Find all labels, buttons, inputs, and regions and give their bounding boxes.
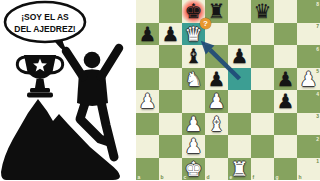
coord-file-f: f xyxy=(253,174,255,180)
square-b1[interactable]: b xyxy=(159,158,182,181)
speech-line-2: DEL AJEDREZ! xyxy=(14,24,76,34)
piece-black-pawn[interactable]: ♟ xyxy=(274,68,297,91)
square-a7[interactable]: ♟ xyxy=(136,23,159,46)
square-c6[interactable]: ♝ xyxy=(182,45,205,68)
square-c4[interactable] xyxy=(182,90,205,113)
square-c2[interactable]: ♟ xyxy=(182,135,205,158)
square-d6[interactable] xyxy=(205,45,228,68)
square-c1[interactable]: c♚ xyxy=(182,158,205,181)
square-h4[interactable]: 4 xyxy=(297,90,320,113)
coord-rank-1: 1 xyxy=(316,158,319,164)
square-f2[interactable] xyxy=(251,135,274,158)
square-e5[interactable] xyxy=(228,68,251,91)
square-b7[interactable]: ♟ xyxy=(159,23,182,46)
piece-black-queen[interactable]: ♛ xyxy=(251,0,274,23)
piece-black-bishop[interactable]: ♝ xyxy=(182,45,205,68)
square-a3[interactable] xyxy=(136,113,159,136)
square-e1[interactable]: e♜ xyxy=(228,158,251,181)
square-g5[interactable]: ♟ xyxy=(274,68,297,91)
piece-white-pawn[interactable]: ♟ xyxy=(205,90,228,113)
square-f5[interactable] xyxy=(251,68,274,91)
coord-rank-3: 3 xyxy=(316,113,319,119)
piece-white-pawn[interactable]: ♟ xyxy=(297,68,320,91)
coord-file-g: g xyxy=(276,174,279,180)
square-g6[interactable] xyxy=(274,45,297,68)
piece-white-bishop[interactable]: ♝ xyxy=(205,113,228,136)
square-a1[interactable]: a xyxy=(136,158,159,181)
climber-arm-right xyxy=(101,48,119,77)
square-h1[interactable]: 1h xyxy=(297,158,320,181)
square-a2[interactable] xyxy=(136,135,159,158)
piece-white-rook[interactable]: ♜ xyxy=(228,158,251,181)
square-b2[interactable] xyxy=(159,135,182,158)
square-g1[interactable]: g xyxy=(274,158,297,181)
coord-rank-2: 2 xyxy=(316,136,319,142)
square-g2[interactable] xyxy=(274,135,297,158)
piece-white-pawn[interactable]: ♟ xyxy=(136,90,159,113)
piece-black-pawn[interactable]: ♟ xyxy=(274,90,297,113)
mistake-annotation-badge: ? xyxy=(200,18,211,29)
square-h3[interactable]: 3 xyxy=(297,113,320,136)
square-d3[interactable]: ♝ xyxy=(205,113,228,136)
square-h2[interactable]: 2 xyxy=(297,135,320,158)
square-a6[interactable] xyxy=(136,45,159,68)
square-h8[interactable]: 8 xyxy=(297,0,320,23)
square-d2[interactable] xyxy=(205,135,228,158)
coord-file-h: h xyxy=(299,174,302,180)
square-e3[interactable] xyxy=(228,113,251,136)
square-e6[interactable]: ♟ xyxy=(228,45,251,68)
coord-rank-8: 8 xyxy=(316,1,319,7)
square-c5[interactable]: ♞ xyxy=(182,68,205,91)
piece-black-pawn[interactable]: ♟ xyxy=(159,23,182,46)
square-f7[interactable] xyxy=(251,23,274,46)
square-h7[interactable]: 7 xyxy=(297,23,320,46)
square-h5[interactable]: 5♟ xyxy=(297,68,320,91)
speech-bubble: ¡SOY EL AS DEL AJEDREZ! xyxy=(5,2,85,58)
coord-file-a: a xyxy=(138,174,141,180)
climber-figure xyxy=(66,48,119,106)
square-d1[interactable]: d xyxy=(205,158,228,181)
piece-black-pawn[interactable]: ♟ xyxy=(228,45,251,68)
piece-white-pawn[interactable]: ♟ xyxy=(182,113,205,136)
climber-arm-left xyxy=(66,51,83,77)
square-b5[interactable] xyxy=(159,68,182,91)
square-c3[interactable]: ♟ xyxy=(182,113,205,136)
coord-rank-7: 7 xyxy=(316,23,319,29)
square-d4[interactable]: ♟ xyxy=(205,90,228,113)
square-e2[interactable] xyxy=(228,135,251,158)
speech-line-1: ¡SOY EL AS xyxy=(21,12,69,22)
square-b8[interactable] xyxy=(159,0,182,23)
square-b3[interactable] xyxy=(159,113,182,136)
piece-black-pawn[interactable]: ♟ xyxy=(205,68,228,91)
square-b6[interactable] xyxy=(159,45,182,68)
square-d5[interactable]: ♟ xyxy=(205,68,228,91)
piece-white-king[interactable]: ♚ xyxy=(182,158,205,181)
square-f6[interactable] xyxy=(251,45,274,68)
coord-file-b: b xyxy=(161,174,164,180)
square-g7[interactable] xyxy=(274,23,297,46)
piece-white-pawn[interactable]: ♟ xyxy=(182,135,205,158)
square-e4[interactable] xyxy=(228,90,251,113)
piece-black-pawn[interactable]: ♟ xyxy=(136,23,159,46)
square-f1[interactable]: f xyxy=(251,158,274,181)
square-g4[interactable]: ♟ xyxy=(274,90,297,113)
square-f8[interactable]: ♛ xyxy=(251,0,274,23)
square-g3[interactable] xyxy=(274,113,297,136)
coord-rank-4: 4 xyxy=(316,91,319,97)
piece-white-knight[interactable]: ♞ xyxy=(182,68,205,91)
square-e7[interactable] xyxy=(228,23,251,46)
square-a4[interactable]: ♟ xyxy=(136,90,159,113)
coord-rank-6: 6 xyxy=(316,46,319,52)
trophy-icon xyxy=(17,55,62,98)
chessboard: ♚♜♛8♟♟♛7♝♟6♞♟♟5♟♟♟♟4♟♝3♟2abc♚de♜fg1h? xyxy=(136,0,320,180)
coord-file-d: d xyxy=(207,174,210,180)
square-b4[interactable] xyxy=(159,90,182,113)
climber-head xyxy=(84,52,101,69)
square-g8[interactable] xyxy=(274,0,297,23)
celebration-cartoon: ¡SOY EL AS DEL AJEDREZ! xyxy=(0,0,136,180)
square-h6[interactable]: 6 xyxy=(297,45,320,68)
square-a8[interactable] xyxy=(136,0,159,23)
square-f4[interactable] xyxy=(251,90,274,113)
square-a5[interactable] xyxy=(136,68,159,91)
square-f3[interactable] xyxy=(251,113,274,136)
square-e8[interactable] xyxy=(228,0,251,23)
